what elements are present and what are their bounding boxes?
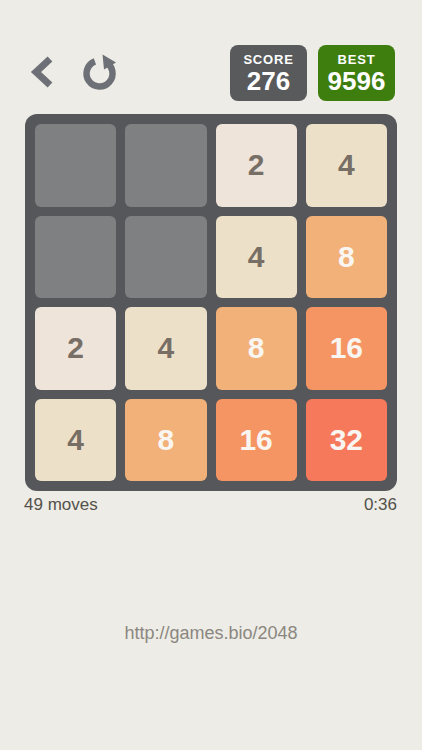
chevron-left-icon — [30, 55, 56, 92]
tile-2: 2 — [35, 307, 116, 390]
game-screen: SCORE 276 BEST 9596 244824816481632 49 m… — [0, 0, 422, 750]
status-bar: 49 moves 0:36 — [24, 495, 397, 515]
empty-cell — [125, 216, 206, 299]
game-board[interactable]: 244824816481632 — [25, 114, 397, 491]
refresh-icon — [80, 53, 118, 94]
game-url: http://games.bio/2048 — [0, 623, 422, 644]
score-label: SCORE — [243, 52, 293, 67]
tile-4: 4 — [125, 307, 206, 390]
tile-4: 4 — [306, 124, 387, 207]
tile-16: 16 — [216, 399, 297, 482]
empty-cell — [125, 124, 206, 207]
timer: 0:36 — [364, 495, 397, 515]
best-label: BEST — [338, 52, 376, 67]
tile-16: 16 — [306, 307, 387, 390]
tile-4: 4 — [35, 399, 116, 482]
score-box: SCORE 276 — [230, 45, 307, 101]
tile-32: 32 — [306, 399, 387, 482]
back-button[interactable] — [24, 54, 62, 92]
best-box: BEST 9596 — [318, 45, 395, 101]
moves-counter: 49 moves — [24, 495, 98, 515]
tile-2: 2 — [216, 124, 297, 207]
tile-8: 8 — [216, 307, 297, 390]
tile-8: 8 — [125, 399, 206, 482]
tile-8: 8 — [306, 216, 387, 299]
tile-4: 4 — [216, 216, 297, 299]
empty-cell — [35, 124, 116, 207]
score-value: 276 — [247, 67, 290, 96]
best-value: 9596 — [328, 67, 386, 96]
restart-button[interactable] — [80, 54, 118, 92]
empty-cell — [35, 216, 116, 299]
